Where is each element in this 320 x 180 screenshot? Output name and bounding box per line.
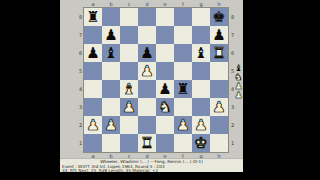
- square-d4: [138, 80, 156, 98]
- square-d6: ♟: [138, 44, 156, 62]
- black-bishop-icon: ♝: [194, 44, 207, 62]
- coord-label: 3: [230, 98, 235, 116]
- square-c8: [120, 8, 138, 26]
- square-h5: [210, 62, 228, 80]
- square-c5: [120, 62, 138, 80]
- square-a5: [84, 62, 102, 80]
- coord-label: b: [102, 1, 120, 7]
- square-h7: ♟: [210, 26, 228, 44]
- square-b2: ♟: [102, 116, 120, 134]
- coord-label: f: [174, 1, 192, 7]
- coord-label: 3: [78, 98, 83, 116]
- square-d8: [138, 8, 156, 26]
- rank-labels-left: 87654321: [78, 8, 83, 152]
- square-d1: ♜: [138, 134, 156, 152]
- black-rook-icon: ♜: [86, 8, 99, 26]
- coord-label: 6: [78, 44, 83, 62]
- black-pawn-icon: ♟: [86, 44, 99, 62]
- coord-label: 8: [230, 8, 235, 26]
- square-b8: [102, 8, 120, 26]
- square-e3: ♞: [156, 98, 174, 116]
- square-f3: [174, 98, 192, 116]
- white-pawn-icon: ♟: [86, 116, 99, 134]
- black-pawn-icon: ♟: [212, 26, 225, 44]
- square-h8: ♚: [210, 8, 228, 26]
- white-bishop-icon: ♝: [122, 80, 135, 98]
- square-a6: ♟: [84, 44, 102, 62]
- square-b1: [102, 134, 120, 152]
- black-bishop-icon: ♝: [104, 44, 117, 62]
- square-a4: [84, 80, 102, 98]
- white-king-icon: ♚: [194, 134, 207, 152]
- square-b5: [102, 62, 120, 80]
- file-labels-top: abcdefgh: [84, 1, 228, 7]
- coord-label: c: [120, 1, 138, 7]
- square-f8: [174, 8, 192, 26]
- coord-label: d: [138, 1, 156, 7]
- square-e6: [156, 44, 174, 62]
- bottom-letterbox-bar: [60, 172, 243, 180]
- square-e2: [156, 116, 174, 134]
- square-c2: [120, 116, 138, 134]
- black-pawn-icon: ♟: [140, 44, 153, 62]
- white-pawn-icon: ♟: [104, 116, 117, 134]
- square-b6: ♝: [102, 44, 120, 62]
- white-pawn-icon: ♟: [122, 98, 135, 116]
- white-pawn-icon: ♟: [194, 116, 207, 134]
- square-f1: [174, 134, 192, 152]
- square-f2: ♟: [174, 116, 192, 134]
- square-a7: [84, 26, 102, 44]
- game-info-footer: Wheeler, Wladimir (....) -- Feng, Kennin…: [60, 158, 243, 173]
- square-b4: [102, 80, 120, 98]
- square-d3: [138, 98, 156, 116]
- square-c6: [120, 44, 138, 62]
- square-f7: [174, 26, 192, 44]
- square-f5: [174, 62, 192, 80]
- square-h3: ♟: [210, 98, 228, 116]
- white-pawn-icon: ♟: [140, 62, 153, 80]
- square-c3: ♟: [120, 98, 138, 116]
- square-h6: ♜: [210, 44, 228, 62]
- square-b7: ♟: [102, 26, 120, 44]
- coord-label: 1: [230, 134, 235, 152]
- tray-white-pawn-icon: ♟: [234, 91, 242, 100]
- square-g2: ♟: [192, 116, 210, 134]
- square-h4: [210, 80, 228, 98]
- square-e1: [156, 134, 174, 152]
- black-pawn-icon: ♟: [158, 80, 171, 98]
- square-g7: [192, 26, 210, 44]
- white-pawn-icon: ♟: [212, 98, 225, 116]
- black-rook-icon: ♜: [176, 80, 189, 98]
- chess-board: ♜♚♟♟♟♝♟♝♜♟♝♟♜♟♞♟♟♟♟♟♜♚: [84, 8, 228, 152]
- square-g4: [192, 80, 210, 98]
- square-g1: ♚: [192, 134, 210, 152]
- white-rook-icon: ♜: [140, 134, 153, 152]
- coord-label: 6: [230, 44, 235, 62]
- square-e8: [156, 8, 174, 26]
- square-e7: [156, 26, 174, 44]
- square-c4: ♝: [120, 80, 138, 98]
- coord-label: 1: [78, 134, 83, 152]
- video-frame: abcdefgh abcdefgh 87654321 87654321 ♜♚♟♟…: [0, 0, 320, 180]
- square-g3: [192, 98, 210, 116]
- chess-diagram-panel: abcdefgh abcdefgh 87654321 87654321 ♜♚♟♟…: [60, 0, 243, 172]
- coord-label: e: [156, 1, 174, 7]
- square-a3: [84, 98, 102, 116]
- black-pawn-icon: ♟: [104, 26, 117, 44]
- white-pawn-icon: ♟: [176, 116, 189, 134]
- square-h2: [210, 116, 228, 134]
- right-letterbox-bar: [243, 0, 320, 180]
- coord-label: a: [84, 1, 102, 7]
- white-knight-icon: ♞: [158, 98, 171, 116]
- square-d7: [138, 26, 156, 44]
- square-g8: [192, 8, 210, 26]
- square-b3: [102, 98, 120, 116]
- coord-label: g: [192, 1, 210, 7]
- coord-label: 4: [78, 80, 83, 98]
- coord-label: 7: [230, 26, 235, 44]
- captured-material-tray: ♝♞♟♟: [234, 64, 243, 100]
- white-rook-icon: ♜: [212, 44, 225, 62]
- square-f6: [174, 44, 192, 62]
- coord-label: 5: [78, 62, 83, 80]
- coord-label: 7: [78, 26, 83, 44]
- square-a8: ♜: [84, 8, 102, 26]
- square-g5: [192, 62, 210, 80]
- coord-label: h: [210, 1, 228, 7]
- black-king-icon: ♚: [212, 8, 225, 26]
- square-h1: [210, 134, 228, 152]
- square-c7: [120, 26, 138, 44]
- square-e4: ♟: [156, 80, 174, 98]
- square-f4: ♜: [174, 80, 192, 98]
- coord-label: 2: [78, 116, 83, 134]
- square-a2: ♟: [84, 116, 102, 134]
- coord-label: 8: [78, 8, 83, 26]
- square-c1: [120, 134, 138, 152]
- square-g6: ♝: [192, 44, 210, 62]
- square-a1: [84, 134, 102, 152]
- square-e5: [156, 62, 174, 80]
- square-d2: [138, 116, 156, 134]
- left-letterbox-bar: [0, 0, 60, 180]
- square-d5: ♟: [138, 62, 156, 80]
- coord-label: 2: [230, 116, 235, 134]
